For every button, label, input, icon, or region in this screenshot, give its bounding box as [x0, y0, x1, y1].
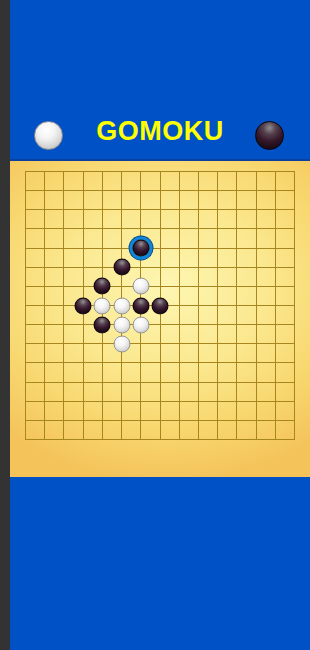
grid-line-horizontal: [25, 420, 295, 421]
title-bar: GOMOKU: [10, 0, 310, 161]
grid-line-horizontal: [25, 362, 295, 363]
white-stone: [113, 297, 130, 314]
grid-line-horizontal: [25, 439, 295, 440]
grid-line-vertical: [198, 171, 199, 440]
grid-line-horizontal: [25, 343, 295, 344]
grid-line-vertical: [217, 171, 218, 440]
gomoku-app: GOMOKU More Rate Info Help Restart: [10, 0, 310, 650]
grid-line-vertical: [179, 171, 180, 440]
grid-line-vertical: [256, 171, 257, 440]
grid-line-horizontal: [25, 401, 295, 402]
black-player-stone-icon: [255, 121, 284, 150]
white-stone: [132, 316, 149, 333]
white-stone: [94, 297, 111, 314]
black-stone: [94, 278, 111, 295]
black-stone: [94, 316, 111, 333]
board-area: [10, 161, 310, 477]
black-stone: [152, 297, 169, 314]
white-stone: [113, 335, 130, 352]
grid-line-vertical: [294, 171, 295, 440]
black-stone: [132, 297, 149, 314]
white-stone: [132, 278, 149, 295]
grid-line-horizontal: [25, 382, 295, 383]
gomoku-board[interactable]: [25, 171, 295, 440]
black-stone: [75, 297, 92, 314]
black-stone: [132, 240, 149, 257]
grid-line-vertical: [275, 171, 276, 440]
toolbar: More Rate Info Help Restart: [10, 477, 310, 650]
grid-line-horizontal: [25, 324, 295, 325]
grid-line-vertical: [236, 171, 237, 440]
black-stone: [113, 259, 130, 276]
white-stone: [113, 316, 130, 333]
